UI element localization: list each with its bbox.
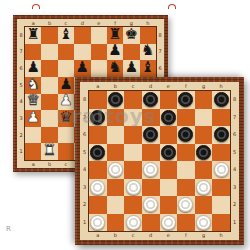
checkers-square-f5[interactable] <box>177 144 195 162</box>
checkers-rank-label-right: 1 <box>230 214 239 232</box>
chess-margin-corner <box>156 19 164 27</box>
checkers-square-a1[interactable] <box>89 214 107 232</box>
checkers-file-label-top: h <box>212 82 230 91</box>
checkers-square-g2[interactable] <box>195 196 213 214</box>
chess-square-f6[interactable]: ♞ <box>107 60 123 77</box>
chess-square-e8[interactable] <box>91 27 107 44</box>
checkers-square-h4[interactable] <box>212 161 230 179</box>
checkers-square-e1[interactable] <box>160 214 178 232</box>
checkers-square-a7[interactable] <box>89 109 107 127</box>
product-photo-scene: abcdefgh8♜♝♜♚87♟♞76♟♟♞♟♝65♞♟54♛♟43♟♛3221… <box>0 0 250 250</box>
checkers-file-label-top: d <box>142 82 160 91</box>
checkers-rank-label-left: 5 <box>80 144 89 162</box>
checkers-file-label-top: g <box>195 82 213 91</box>
chess-square-e7[interactable] <box>91 44 107 61</box>
checker-white-man[interactable] <box>108 162 123 177</box>
chess-square-d8[interactable] <box>74 27 90 44</box>
checkers-square-g1[interactable] <box>195 214 213 232</box>
checkers-square-f2[interactable] <box>177 196 195 214</box>
checker-white-man[interactable] <box>143 197 158 212</box>
checkers-file-label-top: c <box>124 82 142 91</box>
chess-piece-white-pawn[interactable]: ♟ <box>26 110 39 125</box>
chess-piece-black-pawn[interactable]: ♟ <box>125 60 138 75</box>
checker-white-man[interactable] <box>90 180 105 195</box>
checkers-square-g8[interactable] <box>195 91 213 109</box>
checkers-board-inner: abcdefgh8877665544332211abcdefgh <box>80 82 239 240</box>
checkers-square-e2[interactable] <box>160 196 178 214</box>
checkers-square-b7[interactable] <box>107 109 125 127</box>
checker-black-man[interactable] <box>178 127 193 142</box>
checkers-square-g5[interactable] <box>195 144 213 162</box>
checkers-margin-corner <box>80 231 89 240</box>
checkers-square-g4[interactable] <box>195 161 213 179</box>
chess-file-label-bottom: c <box>58 160 74 168</box>
checkers-square-c1[interactable] <box>124 214 142 232</box>
chess-piece-black-pawn[interactable]: ♟ <box>26 60 39 75</box>
checkers-rank-label-left: 6 <box>80 126 89 144</box>
checkers-square-b8[interactable] <box>107 91 125 109</box>
checkers-square-b5[interactable] <box>107 144 125 162</box>
checkers-square-a4[interactable] <box>89 161 107 179</box>
checkers-file-label-top: f <box>177 82 195 91</box>
checkers-square-c7[interactable] <box>124 109 142 127</box>
checkers-rank-label-left: 3 <box>80 179 89 197</box>
checkers-rank-label-left: 7 <box>80 109 89 127</box>
chess-rank-label-left: 5 <box>17 77 25 94</box>
chess-square-a1[interactable] <box>25 143 41 160</box>
checkers-square-c6[interactable] <box>124 126 142 144</box>
chess-square-e6[interactable] <box>91 60 107 77</box>
chess-square-c2[interactable] <box>58 127 74 144</box>
checkers-square-c3[interactable] <box>124 179 142 197</box>
chess-square-a2[interactable] <box>25 127 41 144</box>
checkers-square-d8[interactable] <box>142 91 160 109</box>
checkers-square-b2[interactable] <box>107 196 125 214</box>
checkers-square-e6[interactable] <box>160 126 178 144</box>
checkers-rank-label-right: 6 <box>230 126 239 144</box>
checkers-square-b3[interactable] <box>107 179 125 197</box>
chess-piece-black-knight[interactable]: ♞ <box>141 43 154 58</box>
checkers-file-label-bottom: g <box>195 231 213 240</box>
checkers-margin-corner <box>230 82 239 91</box>
checker-black-man[interactable] <box>214 92 229 107</box>
checkers-square-h2[interactable] <box>212 196 230 214</box>
chess-square-b4[interactable] <box>41 94 57 111</box>
checkers-file-label-top: a <box>89 82 107 91</box>
checkers-square-d7[interactable] <box>142 109 160 127</box>
checkers-square-c4[interactable] <box>124 161 142 179</box>
chess-piece-black-rook[interactable]: ♜ <box>108 27 121 42</box>
chess-piece-black-rook[interactable]: ♜ <box>26 27 39 42</box>
chess-piece-white-rook[interactable]: ♜ <box>43 143 56 158</box>
chess-piece-white-pawn[interactable]: ♟ <box>59 93 72 108</box>
checkers-margin-corner <box>80 82 89 91</box>
checkers-square-e8[interactable] <box>160 91 178 109</box>
checker-white-man[interactable] <box>126 180 141 195</box>
hanger-mark-left <box>32 4 40 9</box>
checkers-square-c5[interactable] <box>124 144 142 162</box>
chess-square-a8[interactable]: ♜ <box>25 27 41 44</box>
checkers-square-e5[interactable] <box>160 144 178 162</box>
checkers-square-d6[interactable] <box>142 126 160 144</box>
checkers-rank-label-left: 8 <box>80 91 89 109</box>
chess-piece-black-king[interactable]: ♚ <box>125 27 138 42</box>
chess-square-a3[interactable]: ♟ <box>25 110 41 127</box>
chess-rank-label-left: 2 <box>17 127 25 144</box>
chess-piece-black-bishop[interactable]: ♝ <box>141 60 154 75</box>
chess-rank-label-right: 6 <box>156 60 164 77</box>
checkers-square-f4[interactable] <box>177 161 195 179</box>
checker-black-man[interactable] <box>90 110 105 125</box>
checkers-square-b6[interactable] <box>107 126 125 144</box>
checkers-rank-label-right: 2 <box>230 196 239 214</box>
checkers-file-label-bottom: a <box>89 231 107 240</box>
chess-piece-black-pawn[interactable]: ♟ <box>59 77 72 92</box>
checkers-rank-label-right: 8 <box>230 91 239 109</box>
chess-piece-white-queen[interactable]: ♛ <box>26 93 39 108</box>
chess-square-b1[interactable]: ♜ <box>41 143 57 160</box>
checkers-margin-corner <box>230 231 239 240</box>
chess-rank-label-right: 8 <box>156 27 164 44</box>
chess-file-label-bottom: a <box>25 160 41 168</box>
chess-piece-black-pawn[interactable]: ♟ <box>76 60 89 75</box>
checkers-rank-label-right: 5 <box>230 144 239 162</box>
checker-white-man[interactable] <box>161 215 176 230</box>
checker-black-man[interactable] <box>214 127 229 142</box>
chess-piece-black-bishop[interactable]: ♝ <box>59 27 72 42</box>
checkers-file-label-bottom: f <box>177 231 195 240</box>
chess-file-label-top: h <box>140 19 156 27</box>
checkers-square-a5[interactable] <box>89 144 107 162</box>
checker-black-man[interactable] <box>90 145 105 160</box>
checkers-file-label-bottom: c <box>124 231 142 240</box>
checkers-square-d3[interactable] <box>142 179 160 197</box>
checkers-rank-label-left: 1 <box>80 214 89 232</box>
checkers-square-a2[interactable] <box>89 196 107 214</box>
chess-piece-black-knight[interactable]: ♞ <box>108 60 121 75</box>
checker-black-man[interactable] <box>161 110 176 125</box>
chess-square-b3[interactable] <box>41 110 57 127</box>
checkers-square-d4[interactable] <box>142 161 160 179</box>
checkers-file-label-bottom: e <box>160 231 178 240</box>
chess-square-c3[interactable]: ♛ <box>58 110 74 127</box>
checkers-square-b4[interactable] <box>107 161 125 179</box>
checkers-square-h5[interactable] <box>212 144 230 162</box>
chess-square-c7[interactable] <box>58 44 74 61</box>
chess-rank-label-left: 6 <box>17 60 25 77</box>
checkers-square-e4[interactable] <box>160 161 178 179</box>
chess-piece-white-knight[interactable]: ♞ <box>26 77 39 92</box>
checkers-square-a3[interactable] <box>89 179 107 197</box>
checkers-square-b1[interactable] <box>107 214 125 232</box>
checker-white-man[interactable] <box>196 180 211 195</box>
checker-white-man[interactable] <box>143 162 158 177</box>
checkers-square-h3[interactable] <box>212 179 230 197</box>
chess-file-label-top: d <box>74 19 90 27</box>
checkers-square-h8[interactable] <box>212 91 230 109</box>
checkers-square-a6[interactable] <box>89 126 107 144</box>
checkers-square-g7[interactable] <box>195 109 213 127</box>
checker-white-man[interactable] <box>90 215 105 230</box>
checker-white-man[interactable] <box>214 162 229 177</box>
chess-piece-black-queen[interactable]: ♛ <box>59 110 72 125</box>
chess-square-b8[interactable] <box>41 27 57 44</box>
chess-rank-label-left: 7 <box>17 44 25 61</box>
checker-black-man[interactable] <box>161 145 176 160</box>
chess-piece-black-pawn[interactable]: ♟ <box>108 43 121 58</box>
checkers-square-h7[interactable] <box>212 109 230 127</box>
chess-margin-corner <box>17 19 25 27</box>
chess-square-b7[interactable] <box>41 44 57 61</box>
checkers-square-f6[interactable] <box>177 126 195 144</box>
chess-square-c1[interactable] <box>58 143 74 160</box>
corner-r-mark: R <box>6 225 11 233</box>
chess-square-g6[interactable]: ♟ <box>123 60 139 77</box>
chess-margin-corner <box>17 160 25 168</box>
checker-black-man[interactable] <box>143 92 158 107</box>
checker-black-man[interactable] <box>196 145 211 160</box>
checker-black-man[interactable] <box>178 92 193 107</box>
chess-rank-label-left: 8 <box>17 27 25 44</box>
checkers-square-e7[interactable] <box>160 109 178 127</box>
checkers-square-f8[interactable] <box>177 91 195 109</box>
checker-black-man[interactable] <box>143 127 158 142</box>
chess-rank-label-left: 4 <box>17 94 25 111</box>
checkers-rank-label-right: 7 <box>230 109 239 127</box>
chess-square-b6[interactable] <box>41 60 57 77</box>
checkers-file-label-bottom: b <box>107 231 125 240</box>
checkers-square-g6[interactable] <box>195 126 213 144</box>
chess-rank-label-left: 3 <box>17 110 25 127</box>
chess-file-label-top: b <box>41 19 57 27</box>
hanger-mark-right <box>168 4 176 9</box>
checkers-square-d2[interactable] <box>142 196 160 214</box>
checkers-file-label-top: e <box>160 82 178 91</box>
checkers-square-h6[interactable] <box>212 126 230 144</box>
checkers-square-c2[interactable] <box>124 196 142 214</box>
chess-square-h6[interactable]: ♝ <box>140 60 156 77</box>
checkers-square-f1[interactable] <box>177 214 195 232</box>
chess-file-label-bottom: b <box>41 160 57 168</box>
checkers-square-e3[interactable] <box>160 179 178 197</box>
checkers-square-g3[interactable] <box>195 179 213 197</box>
checkers-square-f7[interactable] <box>177 109 195 127</box>
checker-white-man[interactable] <box>178 197 193 212</box>
checkers-rank-label-right: 3 <box>230 179 239 197</box>
chess-square-g8[interactable]: ♚ <box>123 27 139 44</box>
checkers-square-f3[interactable] <box>177 179 195 197</box>
chess-rank-label-left: 1 <box>17 143 25 160</box>
checker-white-man[interactable] <box>196 215 211 230</box>
checkers-rank-label-left: 2 <box>80 196 89 214</box>
checkers-rank-label-left: 4 <box>80 161 89 179</box>
chess-square-c8[interactable]: ♝ <box>58 27 74 44</box>
checkers-square-a8[interactable] <box>89 91 107 109</box>
checkers-square-d5[interactable] <box>142 144 160 162</box>
checker-white-man[interactable] <box>126 215 141 230</box>
chess-square-b5[interactable] <box>41 77 57 94</box>
checkers-square-h1[interactable] <box>212 214 230 232</box>
checkers-square-d1[interactable] <box>142 214 160 232</box>
checkers-board: abcdefgh8877665544332211abcdefgh <box>75 77 244 245</box>
checkers-square-c8[interactable] <box>124 91 142 109</box>
checkers-rank-label-right: 4 <box>230 161 239 179</box>
checkers-file-label-bottom: d <box>142 231 160 240</box>
checkers-file-label-bottom: h <box>212 231 230 240</box>
checkers-file-label-top: b <box>107 82 125 91</box>
chess-square-d6[interactable]: ♟ <box>74 60 90 77</box>
chess-rank-label-right: 7 <box>156 44 164 61</box>
checker-black-man[interactable] <box>108 92 123 107</box>
chess-file-label-top: e <box>91 19 107 27</box>
